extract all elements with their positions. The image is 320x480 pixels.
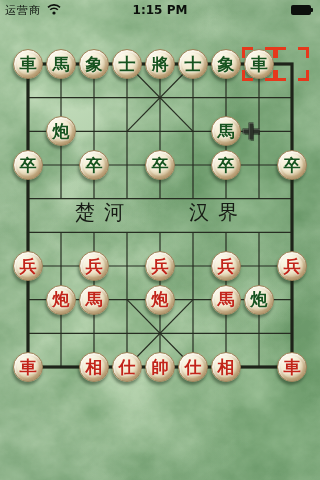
red-advisor[interactable]: 仕 <box>178 352 208 382</box>
black-soldier[interactable]: 卒 <box>13 150 43 180</box>
black-soldier[interactable]: 卒 <box>145 150 175 180</box>
black-elephant[interactable]: 象 <box>211 49 241 79</box>
red-cannon[interactable]: 炮 <box>145 285 175 315</box>
clock-label: 1:15 PM <box>0 3 320 17</box>
red-chariot[interactable]: 車 <box>277 352 307 382</box>
red-chariot[interactable]: 車 <box>13 352 43 382</box>
last-move-to-marker <box>242 47 276 81</box>
red-soldier[interactable]: 兵 <box>13 251 43 281</box>
red-soldier[interactable]: 兵 <box>277 251 307 281</box>
red-soldier[interactable]: 兵 <box>79 251 109 281</box>
black-elephant[interactable]: 象 <box>79 49 109 79</box>
red-horse[interactable]: 馬 <box>211 285 241 315</box>
red-elephant[interactable]: 相 <box>211 352 241 382</box>
river-label-right: 汉界 <box>189 199 247 226</box>
red-elephant[interactable]: 相 <box>79 352 109 382</box>
red-soldier[interactable]: 兵 <box>211 251 241 281</box>
black-cannon[interactable]: 炮 <box>244 285 274 315</box>
black-advisor[interactable]: 士 <box>112 49 142 79</box>
red-horse[interactable]: 馬 <box>79 285 109 315</box>
red-cannon[interactable]: 炮 <box>46 285 76 315</box>
battery-icon <box>291 5 315 15</box>
black-advisor[interactable]: 士 <box>178 49 208 79</box>
black-chariot[interactable]: 車 <box>13 49 43 79</box>
red-general[interactable]: 帥 <box>145 352 175 382</box>
river-label-left: 楚河 <box>75 199 133 226</box>
black-general[interactable]: 將 <box>145 49 175 79</box>
crosshair-cursor <box>243 123 260 140</box>
last-move-from-marker <box>275 47 309 81</box>
black-horse[interactable]: 馬 <box>46 49 76 79</box>
status-bar: 运营商 1:15 PM <box>0 0 320 20</box>
black-soldier[interactable]: 卒 <box>79 150 109 180</box>
black-soldier[interactable]: 卒 <box>211 150 241 180</box>
black-soldier[interactable]: 卒 <box>277 150 307 180</box>
app-screen: 运营商 1:15 PM 楚河 汉界 車馬象士將士象車炮馬卒卒卒卒卒炮兵兵兵兵兵炮… <box>0 0 320 480</box>
red-advisor[interactable]: 仕 <box>112 352 142 382</box>
red-soldier[interactable]: 兵 <box>145 251 175 281</box>
